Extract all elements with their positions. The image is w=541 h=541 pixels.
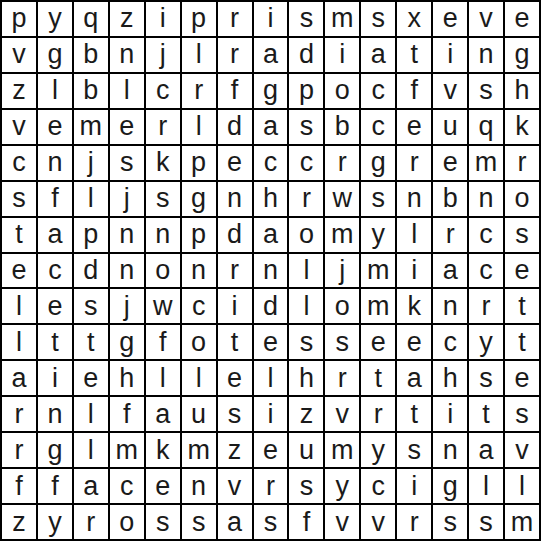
cell-r10c13[interactable]: c — [433, 325, 467, 359]
cell-r8c4[interactable]: n — [110, 254, 144, 288]
cell-r14c12[interactable]: i — [397, 469, 431, 503]
cell-r1c7[interactable]: r — [218, 2, 252, 36]
cell-r8c5[interactable]: o — [146, 254, 180, 288]
cell-r14c6[interactable]: n — [182, 469, 216, 503]
cell-r5c7[interactable]: e — [218, 146, 252, 180]
cell-r2c7[interactable]: r — [218, 38, 252, 72]
cell-r13c2[interactable]: g — [38, 433, 72, 467]
cell-r12c7[interactable]: s — [218, 397, 252, 431]
cell-r11c4[interactable]: h — [110, 361, 144, 395]
cell-r1c6[interactable]: p — [182, 2, 216, 36]
cell-r14c4[interactable]: c — [110, 469, 144, 503]
cell-r2c6[interactable]: l — [182, 38, 216, 72]
cell-r10c12[interactable]: e — [397, 325, 431, 359]
cell-r6c14[interactable]: n — [469, 182, 503, 216]
cell-r6c8[interactable]: h — [254, 182, 288, 216]
cell-r4c3[interactable]: m — [74, 110, 108, 144]
cell-r13c1[interactable]: r — [2, 433, 36, 467]
cell-r7c5[interactable]: n — [146, 218, 180, 252]
cell-r13c15[interactable]: v — [505, 433, 539, 467]
cell-r6c11[interactable]: s — [361, 182, 395, 216]
cell-r15c11[interactable]: v — [361, 505, 395, 539]
cell-r10c14[interactable]: y — [469, 325, 503, 359]
cell-r14c5[interactable]: e — [146, 469, 180, 503]
cell-r13c14[interactable]: a — [469, 433, 503, 467]
cell-r6c15[interactable]: o — [505, 182, 539, 216]
cell-r6c4[interactable]: j — [110, 182, 144, 216]
cell-r1c1[interactable]: p — [2, 2, 36, 36]
cell-r10c5[interactable]: f — [146, 325, 180, 359]
cell-r7c2[interactable]: a — [38, 218, 72, 252]
cell-r11c9[interactable]: h — [289, 361, 323, 395]
cell-r4c8[interactable]: a — [254, 110, 288, 144]
cell-r10c7[interactable]: t — [218, 325, 252, 359]
cell-r7c11[interactable]: y — [361, 218, 395, 252]
cell-r14c7[interactable]: v — [218, 469, 252, 503]
cell-r9c2[interactable]: e — [38, 289, 72, 323]
cell-r13c9[interactable]: u — [289, 433, 323, 467]
cell-r9c3[interactable]: s — [74, 289, 108, 323]
cell-r12c4[interactable]: f — [110, 397, 144, 431]
cell-r1c14[interactable]: v — [469, 2, 503, 36]
cell-r1c13[interactable]: e — [433, 2, 467, 36]
cell-r11c6[interactable]: l — [182, 361, 216, 395]
cell-r2c5[interactable]: j — [146, 38, 180, 72]
cell-r11c13[interactable]: h — [433, 361, 467, 395]
cell-r5c8[interactable]: c — [254, 146, 288, 180]
cell-r9c5[interactable]: w — [146, 289, 180, 323]
cell-r13c4[interactable]: m — [110, 433, 144, 467]
cell-r9c10[interactable]: o — [325, 289, 359, 323]
cell-r7c9[interactable]: o — [289, 218, 323, 252]
cell-r14c13[interactable]: g — [433, 469, 467, 503]
cell-r1c5[interactable]: i — [146, 2, 180, 36]
cell-r13c11[interactable]: y — [361, 433, 395, 467]
cell-r11c5[interactable]: l — [146, 361, 180, 395]
cell-r9c8[interactable]: d — [254, 289, 288, 323]
cell-r11c10[interactable]: r — [325, 361, 359, 395]
cell-r6c5[interactable]: s — [146, 182, 180, 216]
cell-r9c13[interactable]: n — [433, 289, 467, 323]
cell-r8c6[interactable]: n — [182, 254, 216, 288]
cell-r2c2[interactable]: g — [38, 38, 72, 72]
cell-r8c15[interactable]: e — [505, 254, 539, 288]
cell-r14c11[interactable]: c — [361, 469, 395, 503]
cell-r10c15[interactable]: t — [505, 325, 539, 359]
cell-r6c2[interactable]: f — [38, 182, 72, 216]
cell-r4c7[interactable]: d — [218, 110, 252, 144]
cell-r12c3[interactable]: l — [74, 397, 108, 431]
cell-r9c1[interactable]: l — [2, 289, 36, 323]
cell-r4c14[interactable]: q — [469, 110, 503, 144]
cell-r11c14[interactable]: s — [469, 361, 503, 395]
cell-r2c14[interactable]: n — [469, 38, 503, 72]
cell-r14c2[interactable]: f — [38, 469, 72, 503]
cell-r1c4[interactable]: z — [110, 2, 144, 36]
cell-r11c2[interactable]: i — [38, 361, 72, 395]
cell-r15c12[interactable]: r — [397, 505, 431, 539]
cell-r5c2[interactable]: n — [38, 146, 72, 180]
cell-r3c1[interactable]: z — [2, 74, 36, 108]
cell-r2c11[interactable]: a — [361, 38, 395, 72]
cell-r15c2[interactable]: y — [38, 505, 72, 539]
cell-r11c1[interactable]: a — [2, 361, 36, 395]
cell-r6c1[interactable]: s — [2, 182, 36, 216]
cell-r15c6[interactable]: s — [182, 505, 216, 539]
cell-r6c6[interactable]: g — [182, 182, 216, 216]
cell-r12c15[interactable]: s — [505, 397, 539, 431]
cell-r14c14[interactable]: l — [469, 469, 503, 503]
cell-r8c10[interactable]: j — [325, 254, 359, 288]
cell-r6c13[interactable]: b — [433, 182, 467, 216]
cell-r9c9[interactable]: l — [289, 289, 323, 323]
cell-r2c13[interactable]: i — [433, 38, 467, 72]
cell-r8c7[interactable]: r — [218, 254, 252, 288]
cell-r15c3[interactable]: r — [74, 505, 108, 539]
cell-r7c1[interactable]: t — [2, 218, 36, 252]
cell-r8c12[interactable]: i — [397, 254, 431, 288]
cell-r14c10[interactable]: y — [325, 469, 359, 503]
cell-r3c14[interactable]: s — [469, 74, 503, 108]
cell-r1c10[interactable]: m — [325, 2, 359, 36]
cell-r3c15[interactable]: h — [505, 74, 539, 108]
cell-r9c14[interactable]: r — [469, 289, 503, 323]
cell-r4c6[interactable]: l — [182, 110, 216, 144]
cell-r14c1[interactable]: f — [2, 469, 36, 503]
cell-r14c15[interactable]: l — [505, 469, 539, 503]
cell-r8c1[interactable]: e — [2, 254, 36, 288]
cell-r10c6[interactable]: o — [182, 325, 216, 359]
cell-r7c7[interactable]: d — [218, 218, 252, 252]
cell-r5c4[interactable]: s — [110, 146, 144, 180]
cell-r12c5[interactable]: a — [146, 397, 180, 431]
cell-r14c8[interactable]: r — [254, 469, 288, 503]
cell-r1c3[interactable]: q — [74, 2, 108, 36]
cell-r11c3[interactable]: e — [74, 361, 108, 395]
cell-r15c5[interactable]: s — [146, 505, 180, 539]
cell-r2c15[interactable]: g — [505, 38, 539, 72]
cell-r12c11[interactable]: r — [361, 397, 395, 431]
cell-r1c12[interactable]: x — [397, 2, 431, 36]
cell-r2c8[interactable]: a — [254, 38, 288, 72]
cell-r1c8[interactable]: i — [254, 2, 288, 36]
cell-r14c3[interactable]: a — [74, 469, 108, 503]
cell-r14c9[interactable]: s — [289, 469, 323, 503]
cell-r7c13[interactable]: r — [433, 218, 467, 252]
cell-r4c12[interactable]: e — [397, 110, 431, 144]
cell-r12c6[interactable]: u — [182, 397, 216, 431]
cell-r7c6[interactable]: p — [182, 218, 216, 252]
cell-r10c2[interactable]: t — [38, 325, 72, 359]
cell-r5c6[interactable]: p — [182, 146, 216, 180]
cell-r5c13[interactable]: e — [433, 146, 467, 180]
cell-r8c14[interactable]: c — [469, 254, 503, 288]
cell-r7c4[interactable]: n — [110, 218, 144, 252]
cell-r4c9[interactable]: s — [289, 110, 323, 144]
cell-r13c13[interactable]: n — [433, 433, 467, 467]
cell-r8c13[interactable]: a — [433, 254, 467, 288]
cell-r12c10[interactable]: v — [325, 397, 359, 431]
cell-r10c1[interactable]: l — [2, 325, 36, 359]
cell-r4c5[interactable]: r — [146, 110, 180, 144]
cell-r3c3[interactable]: b — [74, 74, 108, 108]
cell-r5c11[interactable]: g — [361, 146, 395, 180]
cell-r13c5[interactable]: k — [146, 433, 180, 467]
cell-r12c8[interactable]: i — [254, 397, 288, 431]
cell-r3c11[interactable]: c — [361, 74, 395, 108]
cell-r15c10[interactable]: v — [325, 505, 359, 539]
cell-r5c10[interactable]: r — [325, 146, 359, 180]
cell-r7c10[interactable]: m — [325, 218, 359, 252]
cell-r3c4[interactable]: l — [110, 74, 144, 108]
cell-r2c10[interactable]: i — [325, 38, 359, 72]
word-search-puzzle: pyqziprismsxevevgbnjlradiatingzlblcrfgpo… — [0, 0, 541, 541]
cell-r15c14[interactable]: s — [469, 505, 503, 539]
cell-r11c11[interactable]: t — [361, 361, 395, 395]
cell-r5c15[interactable]: r — [505, 146, 539, 180]
cell-r10c10[interactable]: s — [325, 325, 359, 359]
cell-r8c8[interactable]: n — [254, 254, 288, 288]
cell-r7c15[interactable]: s — [505, 218, 539, 252]
cell-r5c5[interactable]: k — [146, 146, 180, 180]
cell-r4c2[interactable]: e — [38, 110, 72, 144]
cell-r4c11[interactable]: c — [361, 110, 395, 144]
cell-r7c8[interactable]: a — [254, 218, 288, 252]
cell-r8c3[interactable]: d — [74, 254, 108, 288]
cell-r4c13[interactable]: u — [433, 110, 467, 144]
cell-r12c1[interactable]: r — [2, 397, 36, 431]
cell-r15c15[interactable]: m — [505, 505, 539, 539]
cell-r2c9[interactable]: d — [289, 38, 323, 72]
cell-r12c9[interactable]: z — [289, 397, 323, 431]
cell-r3c9[interactable]: p — [289, 74, 323, 108]
cell-r11c12[interactable]: a — [397, 361, 431, 395]
cell-r8c9[interactable]: l — [289, 254, 323, 288]
cell-r3c6[interactable]: r — [182, 74, 216, 108]
cell-r3c8[interactable]: g — [254, 74, 288, 108]
cell-r10c8[interactable]: e — [254, 325, 288, 359]
cell-r13c10[interactable]: m — [325, 433, 359, 467]
cell-r6c7[interactable]: n — [218, 182, 252, 216]
cell-r1c2[interactable]: y — [38, 2, 72, 36]
cell-r6c12[interactable]: n — [397, 182, 431, 216]
cell-r1c15[interactable]: e — [505, 2, 539, 36]
cell-r9c4[interactable]: j — [110, 289, 144, 323]
cell-r5c3[interactable]: j — [74, 146, 108, 180]
cell-r2c12[interactable]: t — [397, 38, 431, 72]
cell-r12c14[interactable]: t — [469, 397, 503, 431]
cell-r15c4[interactable]: o — [110, 505, 144, 539]
cell-r5c12[interactable]: r — [397, 146, 431, 180]
cell-r3c2[interactable]: l — [38, 74, 72, 108]
cell-r5c1[interactable]: c — [2, 146, 36, 180]
cell-r13c6[interactable]: m — [182, 433, 216, 467]
cell-r6c10[interactable]: w — [325, 182, 359, 216]
cell-r2c1[interactable]: v — [2, 38, 36, 72]
word-search-grid: pyqziprismsxevevgbnjlradiatingzlblcrfgpo… — [0, 0, 541, 541]
cell-r9c6[interactable]: c — [182, 289, 216, 323]
cell-r15c13[interactable]: s — [433, 505, 467, 539]
cell-r13c8[interactable]: e — [254, 433, 288, 467]
cell-r15c9[interactable]: f — [289, 505, 323, 539]
cell-r9c11[interactable]: m — [361, 289, 395, 323]
cell-r15c1[interactable]: z — [2, 505, 36, 539]
cell-r9c15[interactable]: t — [505, 289, 539, 323]
cell-r2c4[interactable]: n — [110, 38, 144, 72]
cell-r5c14[interactable]: m — [469, 146, 503, 180]
cell-r6c3[interactable]: l — [74, 182, 108, 216]
cell-r15c8[interactable]: s — [254, 505, 288, 539]
cell-r7c3[interactable]: p — [74, 218, 108, 252]
cell-r10c4[interactable]: g — [110, 325, 144, 359]
cell-r3c10[interactable]: o — [325, 74, 359, 108]
cell-r9c12[interactable]: k — [397, 289, 431, 323]
cell-r8c11[interactable]: m — [361, 254, 395, 288]
cell-r11c8[interactable]: l — [254, 361, 288, 395]
cell-r11c7[interactable]: e — [218, 361, 252, 395]
cell-r11c15[interactable]: e — [505, 361, 539, 395]
cell-r1c11[interactable]: s — [361, 2, 395, 36]
cell-r8c2[interactable]: c — [38, 254, 72, 288]
cell-r4c15[interactable]: k — [505, 110, 539, 144]
cell-r3c5[interactable]: c — [146, 74, 180, 108]
cell-r10c9[interactable]: s — [289, 325, 323, 359]
cell-r9c7[interactable]: i — [218, 289, 252, 323]
cell-r2c3[interactable]: b — [74, 38, 108, 72]
cell-r3c7[interactable]: f — [218, 74, 252, 108]
cell-r4c10[interactable]: b — [325, 110, 359, 144]
cell-r15c7[interactable]: a — [218, 505, 252, 539]
cell-r12c12[interactable]: t — [397, 397, 431, 431]
cell-r3c12[interactable]: f — [397, 74, 431, 108]
cell-r7c14[interactable]: c — [469, 218, 503, 252]
cell-r7c12[interactable]: l — [397, 218, 431, 252]
cell-r4c4[interactable]: e — [110, 110, 144, 144]
cell-r5c9[interactable]: c — [289, 146, 323, 180]
cell-r13c7[interactable]: z — [218, 433, 252, 467]
cell-r10c11[interactable]: e — [361, 325, 395, 359]
cell-r6c9[interactable]: r — [289, 182, 323, 216]
cell-r1c9[interactable]: s — [289, 2, 323, 36]
cell-r12c2[interactable]: n — [38, 397, 72, 431]
cell-r10c3[interactable]: t — [74, 325, 108, 359]
cell-r4c1[interactable]: v — [2, 110, 36, 144]
cell-r13c12[interactable]: s — [397, 433, 431, 467]
cell-r13c3[interactable]: l — [74, 433, 108, 467]
cell-r3c13[interactable]: v — [433, 74, 467, 108]
cell-r12c13[interactable]: i — [433, 397, 467, 431]
